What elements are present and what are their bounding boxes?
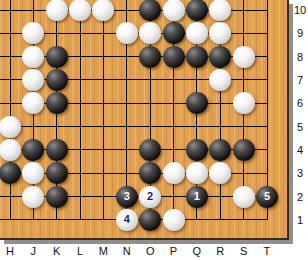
stone-white-J7 (22, 69, 44, 91)
stone-white-O9 (139, 22, 161, 44)
stone-black-S4 (233, 139, 255, 161)
stone-white-J8 (22, 46, 44, 68)
stone-black-T2: 5 (256, 186, 278, 208)
stone-white-J2 (22, 186, 44, 208)
move-number: 5 (264, 191, 270, 202)
stone-white-S2 (233, 186, 255, 208)
stone-black-K7 (46, 69, 68, 91)
coord-label-bottom-L: L (68, 243, 91, 259)
move-number: 3 (124, 191, 130, 202)
stone-white-M10 (92, 0, 114, 21)
stone-white-R10 (209, 0, 231, 21)
stone-black-K3 (46, 162, 68, 184)
stone-black-O1 (139, 209, 161, 231)
stone-white-L10 (69, 0, 91, 21)
stone-white-J6 (22, 92, 44, 114)
coord-label-right-2: 2 (292, 185, 308, 208)
stone-white-H4 (0, 139, 21, 161)
stone-black-H3 (0, 162, 21, 184)
stone-black-O3 (139, 162, 161, 184)
coord-label-bottom-O: O (138, 243, 161, 259)
bottom-coordinate-strip: HJKLMNOPQRST (0, 243, 279, 259)
coord-label-bottom-T: T (255, 243, 278, 259)
stone-white-P1 (163, 209, 185, 231)
stone-white-N1: 4 (116, 209, 138, 231)
stone-black-N2: 3 (116, 186, 138, 208)
stone-white-H5 (0, 116, 21, 138)
stone-black-Q6 (186, 92, 208, 114)
stone-white-P3 (163, 162, 185, 184)
stone-black-O10 (139, 0, 161, 21)
stone-black-Q10 (186, 0, 208, 21)
stone-black-K2 (46, 186, 68, 208)
coord-label-bottom-S: S (232, 243, 255, 259)
coord-label-bottom-P: P (162, 243, 185, 259)
move-number: 4 (124, 214, 130, 225)
go-diagram: 31524 HJKLMNOPQRST 10987654321 (0, 0, 308, 260)
coord-label-bottom-N: N (115, 243, 138, 259)
stone-white-J9 (22, 22, 44, 44)
coord-label-right-9: 9 (292, 22, 308, 45)
coord-label-bottom-M: M (92, 243, 115, 259)
stone-black-J4 (22, 139, 44, 161)
stone-black-K8 (46, 46, 68, 68)
move-number: 2 (147, 191, 153, 202)
stone-black-P9 (163, 22, 185, 44)
stone-white-N9 (116, 22, 138, 44)
stone-white-R9 (209, 22, 231, 44)
stone-white-Q9 (186, 22, 208, 44)
coord-label-right-7: 7 (292, 68, 308, 91)
stone-black-Q4 (186, 139, 208, 161)
stone-white-Q3 (186, 162, 208, 184)
coord-label-right-1: 1 (292, 208, 308, 231)
coord-label-right-10: 10 (292, 0, 308, 22)
coord-label-right-3: 3 (292, 162, 308, 185)
go-board[interactable]: 31524 (0, 0, 289, 240)
coord-label-bottom-H: H (0, 243, 22, 259)
coord-label-bottom-K: K (45, 243, 68, 259)
coord-label-right-4: 4 (292, 138, 308, 161)
coord-label-right-8: 8 (292, 45, 308, 68)
stone-white-O2: 2 (139, 186, 161, 208)
right-coordinate-strip: 10987654321 (292, 0, 308, 232)
coord-label-right-6: 6 (292, 92, 308, 115)
coord-label-right-5: 5 (292, 115, 308, 138)
stone-black-R8 (209, 46, 231, 68)
stone-white-R7 (209, 69, 231, 91)
move-number: 1 (194, 191, 200, 202)
stone-black-K6 (46, 92, 68, 114)
stone-black-P8 (163, 46, 185, 68)
stone-black-Q8 (186, 46, 208, 68)
stone-black-K4 (46, 139, 68, 161)
coord-label-bottom-Q: Q (185, 243, 208, 259)
stone-white-S6 (233, 92, 255, 114)
stone-black-Q2: 1 (186, 186, 208, 208)
stone-black-O4 (139, 139, 161, 161)
stone-layer: 31524 (0, 0, 279, 232)
stone-black-R4 (209, 139, 231, 161)
coord-label-bottom-R: R (209, 243, 232, 259)
stone-black-O8 (139, 46, 161, 68)
stone-white-K10 (46, 0, 68, 21)
coord-label-bottom-J: J (22, 243, 45, 259)
stone-white-R3 (209, 162, 231, 184)
stone-white-P10 (163, 0, 185, 21)
stone-white-J3 (22, 162, 44, 184)
stone-white-S8 (233, 46, 255, 68)
